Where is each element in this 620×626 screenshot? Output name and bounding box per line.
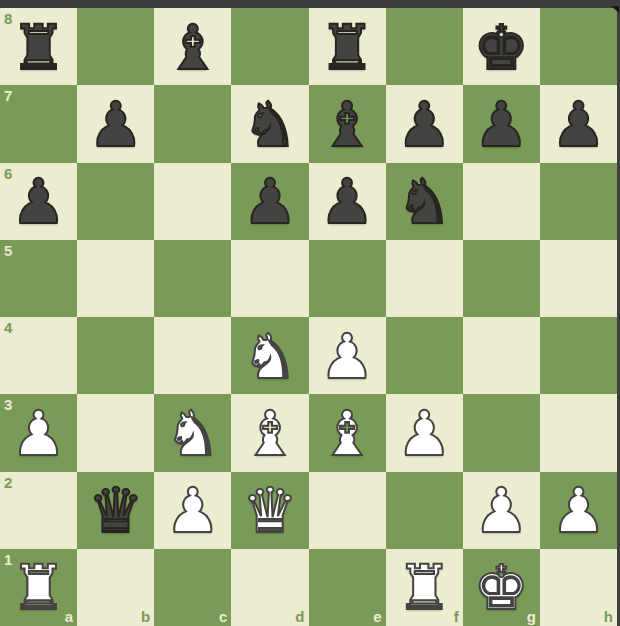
square-f6[interactable]: ♞ [386,163,463,240]
square-h5[interactable] [540,240,617,317]
square-a4[interactable]: 4 [0,317,77,394]
piece-white-king-g1[interactable]: ♚ [474,557,530,619]
square-d6[interactable]: ♟ [231,163,308,240]
square-a1[interactable]: 1a♜ [0,549,77,626]
file-label-e: e [373,609,381,624]
square-c8[interactable]: ♝ [154,8,231,85]
square-f7[interactable]: ♟ [386,85,463,162]
piece-white-pawn-c2[interactable]: ♟ [165,480,221,542]
square-g4[interactable] [463,317,540,394]
square-a2[interactable]: 2 [0,472,77,549]
square-g6[interactable] [463,163,540,240]
piece-white-pawn-g2[interactable]: ♟ [474,480,530,542]
rank-label-7: 7 [4,88,12,103]
piece-white-bishop-d3[interactable]: ♝ [242,403,298,465]
piece-white-rook-f1[interactable]: ♜ [396,557,452,619]
piece-black-knight-f6[interactable]: ♞ [396,171,452,233]
piece-black-knight-d7[interactable]: ♞ [242,94,298,156]
square-h3[interactable] [540,394,617,471]
piece-white-pawn-a3[interactable]: ♟ [11,403,67,465]
square-b5[interactable] [77,240,154,317]
square-g1[interactable]: g♚ [463,549,540,626]
square-d4[interactable]: ♞ [231,317,308,394]
square-h7[interactable]: ♟ [540,85,617,162]
square-g8[interactable]: ♚ [463,8,540,85]
chess-board: 8♜♝♜♚7♟♞♝♟♟♟6♟♟♟♞54♞♟3♟♞♝♝♟2♛♟♛♟♟1a♜bcde… [0,8,617,626]
square-e6[interactable]: ♟ [309,163,386,240]
piece-black-pawn-h7[interactable]: ♟ [551,94,607,156]
piece-white-pawn-h2[interactable]: ♟ [551,480,607,542]
piece-white-bishop-e3[interactable]: ♝ [319,403,375,465]
rank-label-5: 5 [4,243,12,258]
square-d3[interactable]: ♝ [231,394,308,471]
square-c1[interactable]: c [154,549,231,626]
square-h1[interactable]: h [540,549,617,626]
square-d1[interactable]: d [231,549,308,626]
square-a5[interactable]: 5 [0,240,77,317]
square-b2[interactable]: ♛ [77,472,154,549]
piece-white-pawn-e4[interactable]: ♟ [319,326,375,388]
square-f5[interactable] [386,240,463,317]
square-a6[interactable]: 6♟ [0,163,77,240]
piece-black-pawn-a6[interactable]: ♟ [11,171,67,233]
piece-black-rook-a8[interactable]: ♜ [11,17,67,79]
piece-black-pawn-d6[interactable]: ♟ [242,171,298,233]
square-f1[interactable]: f♜ [386,549,463,626]
square-h4[interactable] [540,317,617,394]
piece-black-pawn-f7[interactable]: ♟ [396,94,452,156]
square-f2[interactable] [386,472,463,549]
file-label-c: c [219,609,227,624]
top-bar [0,0,620,8]
square-c4[interactable] [154,317,231,394]
piece-black-bishop-e7[interactable]: ♝ [319,94,375,156]
square-b8[interactable] [77,8,154,85]
square-f4[interactable] [386,317,463,394]
square-f8[interactable] [386,8,463,85]
square-b6[interactable] [77,163,154,240]
square-e8[interactable]: ♜ [309,8,386,85]
square-b7[interactable]: ♟ [77,85,154,162]
piece-white-queen-d2[interactable]: ♛ [242,480,298,542]
square-c2[interactable]: ♟ [154,472,231,549]
square-d5[interactable] [231,240,308,317]
piece-white-pawn-f3[interactable]: ♟ [396,403,452,465]
square-b1[interactable]: b [77,549,154,626]
square-g7[interactable]: ♟ [463,85,540,162]
square-h8[interactable] [540,8,617,85]
file-label-d: d [295,609,304,624]
square-e1[interactable]: e [309,549,386,626]
piece-white-knight-c3[interactable]: ♞ [165,403,221,465]
piece-black-king-g8[interactable]: ♚ [474,17,530,79]
square-e4[interactable]: ♟ [309,317,386,394]
square-e7[interactable]: ♝ [309,85,386,162]
square-a3[interactable]: 3♟ [0,394,77,471]
square-h2[interactable]: ♟ [540,472,617,549]
piece-black-pawn-b7[interactable]: ♟ [88,94,144,156]
square-e3[interactable]: ♝ [309,394,386,471]
square-d7[interactable]: ♞ [231,85,308,162]
rank-label-4: 4 [4,320,12,335]
piece-black-bishop-c8[interactable]: ♝ [165,17,221,79]
file-label-h: h [604,609,613,624]
square-f3[interactable]: ♟ [386,394,463,471]
square-a7[interactable]: 7 [0,85,77,162]
square-c7[interactable] [154,85,231,162]
square-g3[interactable] [463,394,540,471]
rank-label-2: 2 [4,475,12,490]
piece-white-rook-a1[interactable]: ♜ [11,557,67,619]
square-c6[interactable] [154,163,231,240]
square-c3[interactable]: ♞ [154,394,231,471]
square-h6[interactable] [540,163,617,240]
piece-black-rook-e8[interactable]: ♜ [319,17,375,79]
piece-black-pawn-e6[interactable]: ♟ [319,171,375,233]
square-b3[interactable] [77,394,154,471]
square-b4[interactable] [77,317,154,394]
square-g2[interactable]: ♟ [463,472,540,549]
piece-white-knight-d4[interactable]: ♞ [242,326,298,388]
square-d2[interactable]: ♛ [231,472,308,549]
square-d8[interactable] [231,8,308,85]
piece-black-pawn-g7[interactable]: ♟ [474,94,530,156]
cursor-tip-icon [611,6,619,13]
square-g5[interactable] [463,240,540,317]
file-label-b: b [141,609,150,624]
square-e2[interactable] [309,472,386,549]
square-c5[interactable] [154,240,231,317]
board-frame: 8♜♝♜♚7♟♞♝♟♟♟6♟♟♟♞54♞♟3♟♞♝♝♟2♛♟♛♟♟1a♜bcde… [0,0,620,626]
square-a8[interactable]: 8♜ [0,8,77,85]
square-e5[interactable] [309,240,386,317]
piece-black-queen-b2[interactable]: ♛ [88,480,144,542]
file-label-f: f [454,609,459,624]
